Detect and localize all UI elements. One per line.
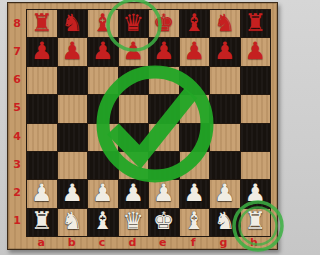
file-label-d: d (117, 236, 147, 251)
square-c1[interactable]: ♝ (88, 209, 118, 236)
piece-red-pawn-a7: ♟ (31, 39, 53, 63)
piece-white-pawn-h2: ♟ (244, 181, 266, 205)
square-c2[interactable]: ♟ (88, 180, 118, 207)
square-f7[interactable]: ♟ (180, 38, 210, 65)
square-d4[interactable] (119, 124, 149, 151)
piece-red-pawn-g7: ♟ (214, 39, 236, 63)
square-a1[interactable]: ♜ (27, 209, 57, 236)
square-e8[interactable]: ♚ (149, 10, 179, 37)
square-c3[interactable] (88, 152, 118, 179)
square-g6[interactable] (210, 67, 240, 94)
rank-label-2: 2 (8, 179, 26, 207)
square-c6[interactable] (88, 67, 118, 94)
square-d5[interactable] (119, 95, 149, 122)
square-d2[interactable]: ♟ (119, 180, 149, 207)
piece-red-pawn-c7: ♟ (92, 39, 114, 63)
square-h6[interactable] (241, 67, 271, 94)
piece-red-bishop-f8: ♝ (183, 11, 205, 35)
square-g3[interactable] (210, 152, 240, 179)
board-squares: ♜♞♝♛♚♝♞♜♟♟♟♟♟♟♟♟♟♟♟♟♟♟♟♟♜♞♝♛♚♝♞♜ (26, 9, 271, 237)
square-d1[interactable]: ♛ (119, 209, 149, 236)
square-a3[interactable] (27, 152, 57, 179)
square-f5[interactable] (180, 95, 210, 122)
piece-white-pawn-d2: ♟ (122, 181, 144, 205)
square-a5[interactable] (27, 95, 57, 122)
square-g2[interactable]: ♟ (210, 180, 240, 207)
square-c8[interactable]: ♝ (88, 10, 118, 37)
square-a4[interactable] (27, 124, 57, 151)
file-labels: abcdefgh (26, 236, 269, 251)
square-a7[interactable]: ♟ (27, 38, 57, 65)
rank-label-7: 7 (8, 37, 26, 65)
piece-red-pawn-e7: ♟ (153, 39, 175, 63)
piece-white-knight-g1: ♞ (214, 209, 236, 233)
square-d8[interactable]: ♛ (119, 10, 149, 37)
file-label-a: a (26, 236, 56, 251)
rank-label-1: 1 (8, 207, 26, 235)
square-b8[interactable]: ♞ (58, 10, 88, 37)
piece-red-knight-g8: ♞ (214, 11, 236, 35)
square-c7[interactable]: ♟ (88, 38, 118, 65)
square-f2[interactable]: ♟ (180, 180, 210, 207)
piece-white-pawn-g2: ♟ (214, 181, 236, 205)
piece-red-pawn-h7: ♟ (244, 39, 266, 63)
rank-label-5: 5 (8, 94, 26, 122)
piece-red-rook-a8: ♜ (31, 11, 53, 35)
square-d7[interactable]: ♟ (119, 38, 149, 65)
rank-label-3: 3 (8, 150, 26, 178)
square-f3[interactable] (180, 152, 210, 179)
square-h1[interactable]: ♜ (241, 209, 271, 236)
piece-white-queen-d1: ♛ (122, 209, 144, 233)
square-e4[interactable] (149, 124, 179, 151)
square-g5[interactable] (210, 95, 240, 122)
piece-white-bishop-c1: ♝ (92, 209, 114, 233)
piece-red-pawn-f7: ♟ (183, 39, 205, 63)
square-e7[interactable]: ♟ (149, 38, 179, 65)
file-label-g: g (208, 236, 238, 251)
square-b6[interactable] (58, 67, 88, 94)
square-f4[interactable] (180, 124, 210, 151)
piece-red-pawn-d7: ♟ (122, 39, 144, 63)
square-d3[interactable] (119, 152, 149, 179)
piece-white-knight-b1: ♞ (61, 209, 83, 233)
square-e6[interactable] (149, 67, 179, 94)
square-h2[interactable]: ♟ (241, 180, 271, 207)
piece-red-bishop-c8: ♝ (92, 11, 114, 35)
piece-white-pawn-c2: ♟ (92, 181, 114, 205)
square-b2[interactable]: ♟ (58, 180, 88, 207)
rank-label-8: 8 (8, 9, 26, 37)
square-g7[interactable]: ♟ (210, 38, 240, 65)
square-e3[interactable] (149, 152, 179, 179)
square-f8[interactable]: ♝ (180, 10, 210, 37)
piece-red-king-e8: ♚ (153, 11, 175, 35)
square-e5[interactable] (149, 95, 179, 122)
file-label-f: f (178, 236, 208, 251)
piece-white-pawn-a2: ♟ (31, 181, 53, 205)
square-b3[interactable] (58, 152, 88, 179)
piece-white-rook-h1: ♜ (244, 209, 266, 233)
square-g4[interactable] (210, 124, 240, 151)
piece-white-rook-a1: ♜ (31, 209, 53, 233)
square-h4[interactable] (241, 124, 271, 151)
square-a6[interactable] (27, 67, 57, 94)
file-label-b: b (56, 236, 86, 251)
square-h8[interactable]: ♜ (241, 10, 271, 37)
piece-white-pawn-f2: ♟ (183, 181, 205, 205)
piece-red-rook-h8: ♜ (244, 11, 266, 35)
piece-white-pawn-b2: ♟ (61, 181, 83, 205)
square-c5[interactable] (88, 95, 118, 122)
rank-label-6: 6 (8, 66, 26, 94)
square-c4[interactable] (88, 124, 118, 151)
square-d6[interactable] (119, 67, 149, 94)
file-label-e: e (148, 236, 178, 251)
rank-label-4: 4 (8, 122, 26, 150)
square-h7[interactable]: ♟ (241, 38, 271, 65)
square-b1[interactable]: ♞ (58, 209, 88, 236)
square-f1[interactable]: ♝ (180, 209, 210, 236)
square-b4[interactable] (58, 124, 88, 151)
piece-white-pawn-e2: ♟ (153, 181, 175, 205)
square-e1[interactable]: ♚ (149, 209, 179, 236)
piece-red-queen-d8: ♛ (122, 11, 144, 35)
piece-red-pawn-b7: ♟ (61, 39, 83, 63)
square-g1[interactable]: ♞ (210, 209, 240, 236)
square-h5[interactable] (241, 95, 271, 122)
square-b5[interactable] (58, 95, 88, 122)
square-a8[interactable]: ♜ (27, 10, 57, 37)
piece-red-knight-b8: ♞ (61, 11, 83, 35)
piece-white-bishop-f1: ♝ (183, 209, 205, 233)
piece-white-king-e1: ♚ (153, 209, 175, 233)
square-f6[interactable] (180, 67, 210, 94)
square-h3[interactable] (241, 152, 271, 179)
chess-board: 87654321 ♜♞♝♛♚♝♞♜♟♟♟♟♟♟♟♟♟♟♟♟♟♟♟♟♜♞♝♛♚♝♞… (7, 2, 278, 250)
rank-labels: 87654321 (8, 9, 26, 235)
square-b7[interactable]: ♟ (58, 38, 88, 65)
file-label-h: h (239, 236, 269, 251)
square-g8[interactable]: ♞ (210, 10, 240, 37)
square-a2[interactable]: ♟ (27, 180, 57, 207)
square-e2[interactable]: ♟ (149, 180, 179, 207)
file-label-c: c (87, 236, 117, 251)
